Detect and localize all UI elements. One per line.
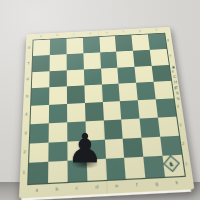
square-g2[interactable] [142, 136, 163, 157]
coordinate-label: h [166, 176, 188, 191]
square-e2[interactable] [104, 138, 124, 159]
square-a3[interactable] [30, 123, 49, 143]
coordinate-label: c [66, 32, 83, 38]
coordinate-label: a [33, 33, 50, 39]
square-a4[interactable] [31, 105, 49, 124]
square-b4[interactable] [49, 104, 67, 123]
coordinate-label: c [67, 181, 87, 196]
square-e5[interactable] [101, 84, 120, 102]
corner-emblem-glyph: ♞ [168, 160, 175, 167]
coordinate-label: 8 [163, 32, 173, 48]
coordinate-label: 8 [26, 40, 33, 56]
square-e8[interactable] [99, 36, 117, 52]
coordinate-label: 7 [25, 55, 32, 71]
square-a6[interactable] [32, 71, 50, 89]
square-b2[interactable] [48, 141, 67, 162]
square-g4[interactable] [138, 99, 158, 118]
square-c8[interactable] [66, 38, 83, 54]
photo-backdrop: abcdefgh abcdefgh 87654321 87654321 ◉ CH… [0, 0, 200, 200]
square-c5[interactable] [67, 86, 85, 104]
square-b7[interactable] [49, 54, 66, 71]
square-b6[interactable] [49, 70, 66, 88]
square-e1[interactable] [105, 158, 126, 180]
square-a8[interactable] [33, 40, 50, 56]
square-a2[interactable] [29, 142, 48, 163]
square-d5[interactable] [84, 85, 102, 103]
square-e7[interactable] [100, 51, 118, 68]
square-f8[interactable] [115, 35, 133, 51]
square-c4[interactable] [67, 103, 85, 122]
square-f1[interactable] [125, 157, 146, 179]
square-d8[interactable] [83, 37, 100, 53]
coordinate-label: 2 [178, 134, 189, 154]
square-g5[interactable] [136, 82, 156, 100]
square-e3[interactable] [103, 119, 123, 139]
square-c7[interactable] [66, 53, 83, 70]
square-g7[interactable] [133, 50, 152, 67]
square-b5[interactable] [49, 87, 67, 105]
square-f7[interactable] [116, 50, 134, 67]
square-e4[interactable] [102, 101, 121, 120]
coordinate-label: e [99, 30, 116, 36]
square-b3[interactable] [48, 122, 67, 142]
coordinate-label: d [87, 180, 108, 195]
square-d6[interactable] [84, 68, 102, 86]
square-g8[interactable] [132, 34, 150, 50]
coordinate-label: g [131, 28, 148, 34]
square-g6[interactable] [135, 65, 154, 82]
coordinate-label: f [126, 178, 147, 193]
coordinate-label: 3 [175, 115, 186, 134]
square-f6[interactable] [118, 66, 137, 83]
coordinate-label: 1 [181, 154, 193, 175]
brand-label: CHESS [172, 74, 181, 102]
square-b8[interactable] [50, 39, 67, 55]
coordinate-label: 5 [23, 88, 31, 106]
square-f2[interactable] [123, 137, 144, 158]
coordinate-label: 6 [24, 71, 31, 88]
square-e6[interactable] [101, 67, 119, 84]
square-g1[interactable] [144, 156, 166, 178]
coordinate-label: f [115, 29, 132, 35]
coordinate-label: e [107, 179, 128, 194]
coordinate-label: 4 [22, 105, 30, 124]
square-d7[interactable] [83, 52, 101, 69]
coordinate-label: 1 [20, 162, 28, 183]
black-pawn[interactable]: ♟ [67, 126, 103, 170]
chess-board: abcdefgh abcdefgh 87654321 87654321 ◉ CH… [19, 27, 195, 198]
coordinate-label: d [82, 31, 99, 37]
chess-board-grid [27, 33, 186, 185]
coordinate-label: b [47, 182, 67, 197]
square-a7[interactable] [32, 55, 49, 72]
square-f5[interactable] [119, 83, 138, 101]
coordinate-label: 2 [21, 142, 29, 162]
coordinate-label: a [27, 183, 47, 198]
square-f3[interactable] [122, 118, 142, 138]
square-g3[interactable] [140, 117, 160, 137]
square-b1[interactable] [48, 161, 68, 183]
coordinate-label: 3 [22, 123, 30, 142]
coordinate-label: g [146, 177, 167, 192]
square-c6[interactable] [66, 69, 84, 87]
square-f4[interactable] [120, 100, 140, 119]
square-a1[interactable] [28, 162, 48, 184]
brand-logo-icon: ◉ [171, 64, 176, 69]
coordinate-label: b [49, 32, 66, 38]
square-a5[interactable] [31, 87, 49, 105]
square-d4[interactable] [85, 102, 104, 121]
